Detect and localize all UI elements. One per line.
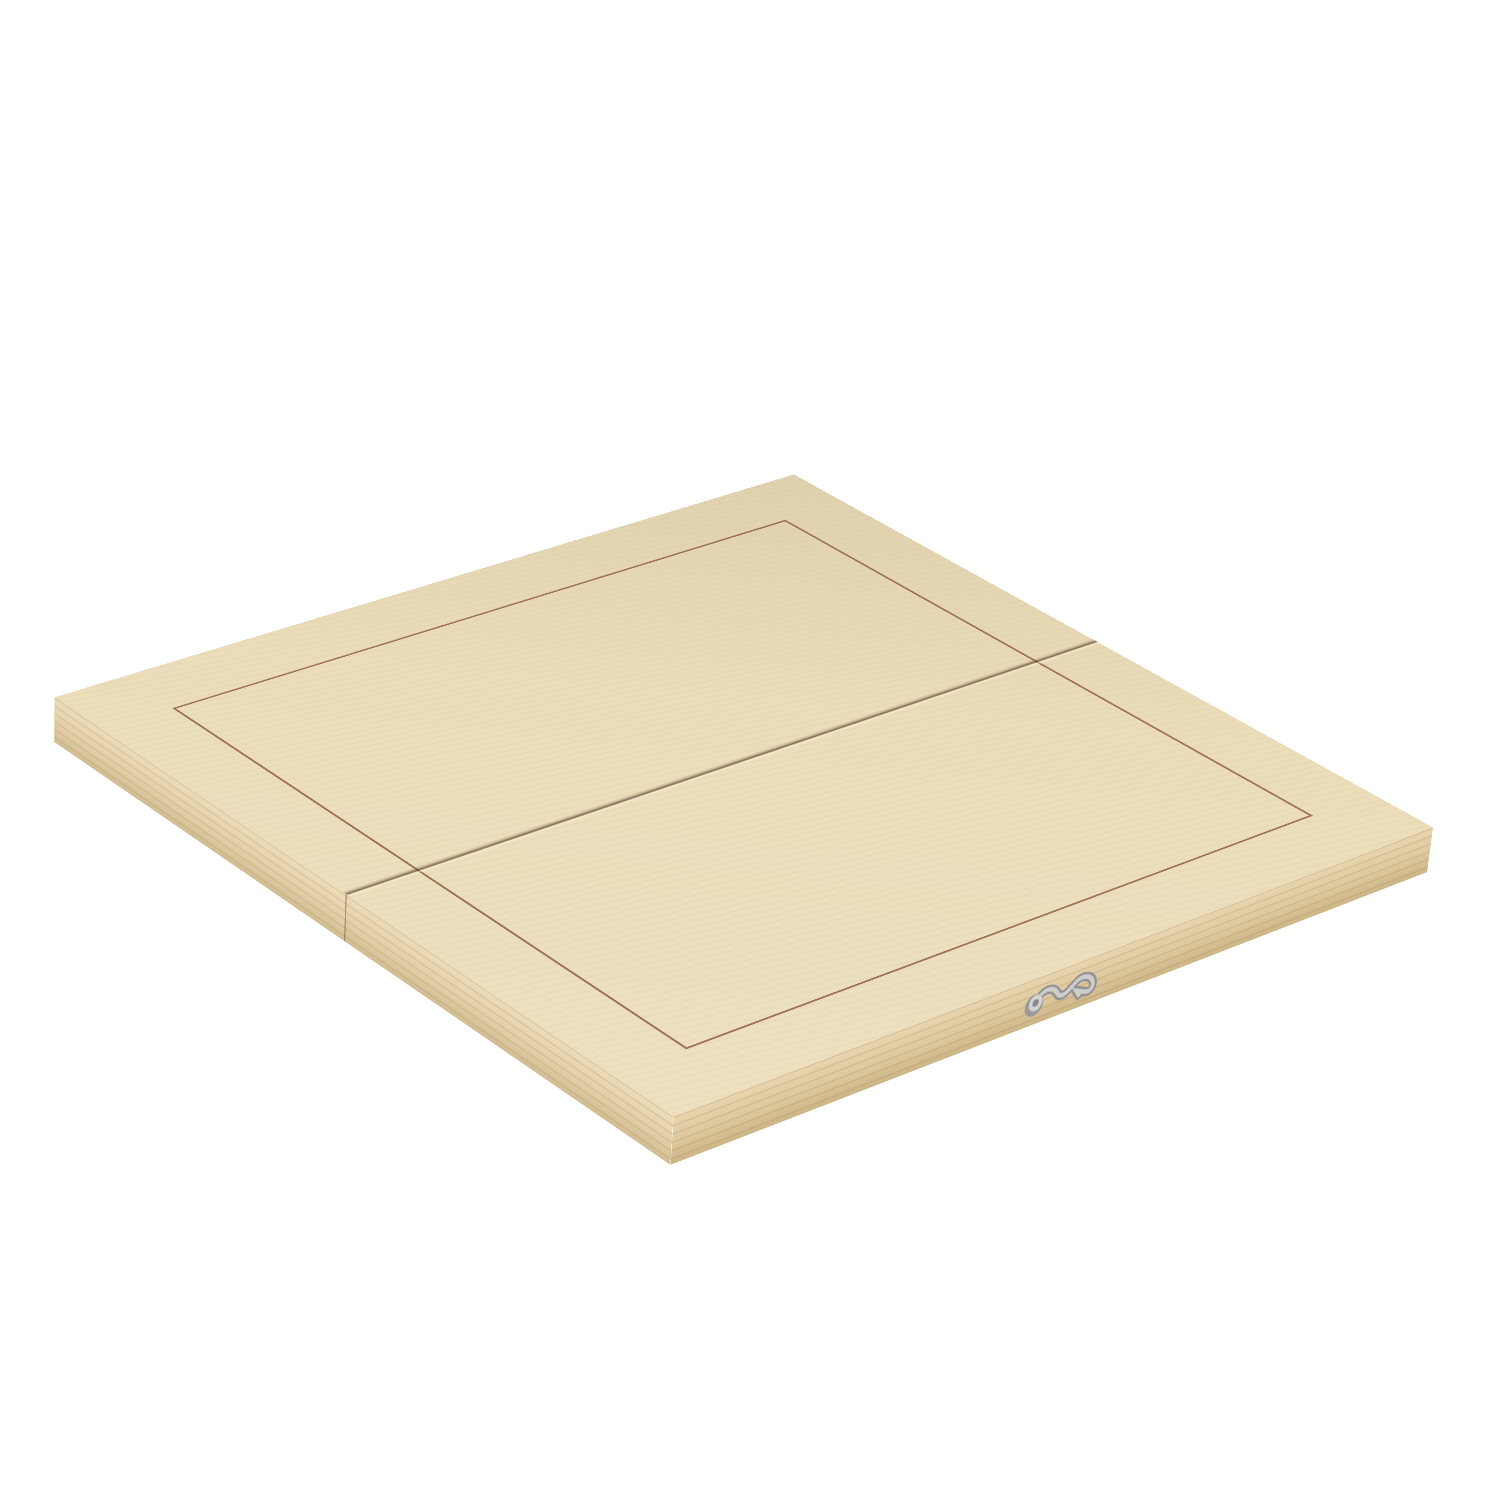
board-top-surface [55,475,1433,1117]
checkers-board [55,475,1433,1117]
product-photo-stage [0,0,1500,1500]
